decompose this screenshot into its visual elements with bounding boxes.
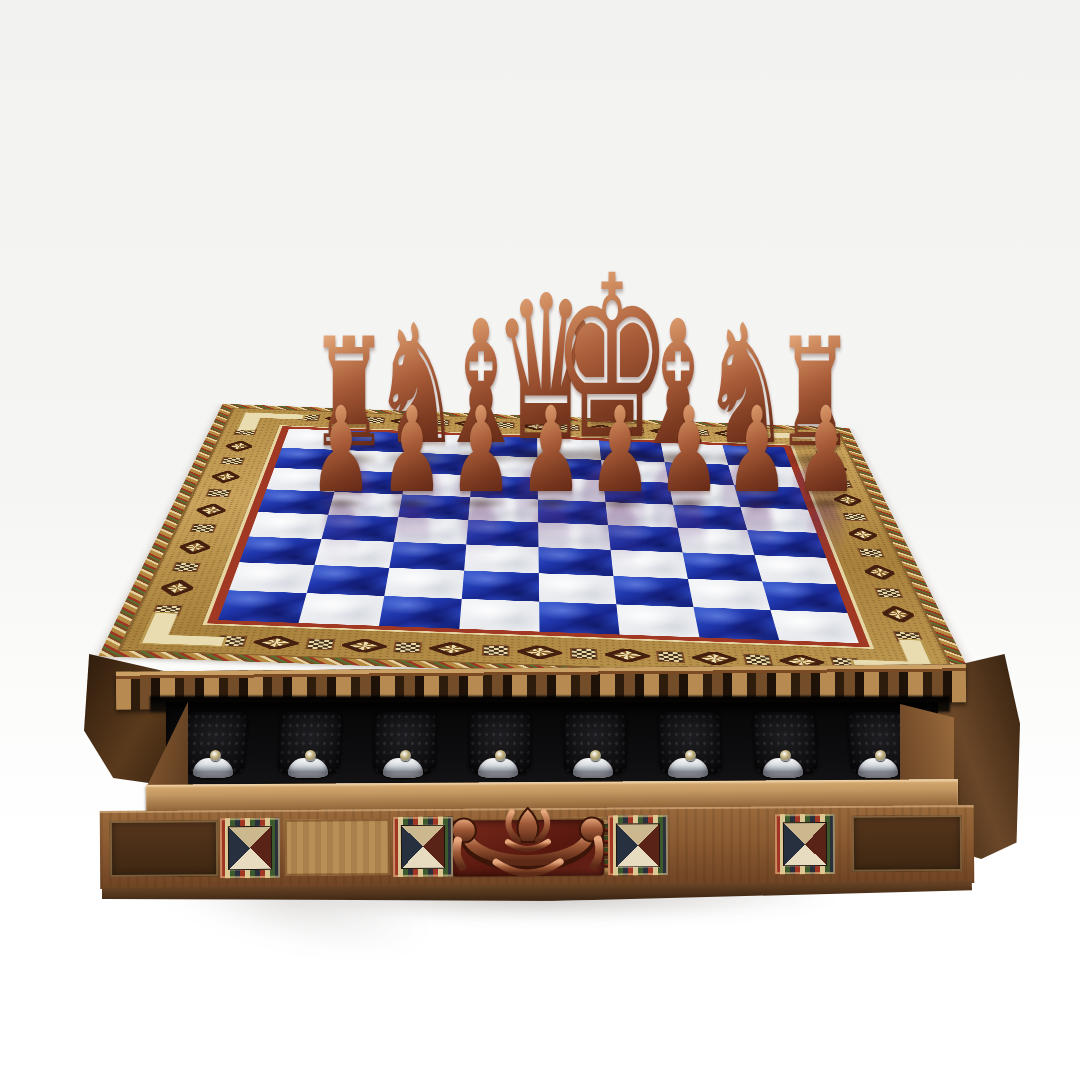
board-square: [722, 445, 791, 467]
board-square: [539, 601, 619, 634]
diamond-rosette-inlay: [248, 634, 304, 651]
board-square: [462, 571, 539, 602]
stored-silver-piece: [476, 748, 520, 778]
checker-tile-inlay: [874, 588, 903, 598]
board-square: [282, 429, 351, 450]
checker-tile-inlay: [172, 562, 201, 572]
diamond-rosette-inlay: [322, 414, 362, 424]
board-square: [616, 604, 699, 637]
board-square: [606, 502, 678, 528]
drawer-right-wall: [900, 704, 954, 788]
board-square: [249, 512, 328, 539]
board-square: [538, 478, 606, 502]
checker-tile-inlay: [842, 513, 868, 521]
stored-silver-piece: [761, 748, 805, 778]
board-square: [601, 460, 669, 483]
pinwheel-mosaic-panel: [393, 817, 453, 877]
board-square: [394, 517, 468, 544]
board-square: [608, 525, 683, 552]
diamond-rosette-inlay: [337, 637, 391, 654]
checker-tile-inlay: [688, 429, 710, 436]
board-square: [538, 499, 608, 525]
drawer-felt-tray: [166, 702, 938, 786]
board-square: [603, 480, 673, 504]
board-square: [688, 579, 771, 610]
board-squares: [218, 429, 859, 644]
board-square: [328, 492, 402, 517]
board-square: [474, 436, 538, 458]
stored-silver-piece: [856, 748, 900, 778]
stored-silver-piece: [666, 748, 710, 778]
board-square: [538, 547, 613, 576]
board-square: [299, 593, 385, 626]
checker-tile-inlay: [494, 422, 515, 429]
silver-piece-finial: [875, 750, 886, 761]
stored-silver-piece: [286, 748, 330, 778]
diamond-rosette-inlay: [829, 493, 867, 508]
board-square: [258, 489, 334, 514]
diamond-rosette-inlay: [583, 424, 622, 434]
checker-tile-inlay: [656, 651, 685, 663]
checker-tile-inlay: [206, 489, 232, 497]
board-square: [537, 457, 603, 480]
checker-tile-inlay: [624, 427, 645, 434]
board-square: [398, 494, 470, 520]
pinwheel-mosaic-panel: [220, 818, 280, 878]
board-square: [379, 596, 462, 629]
board-square: [464, 544, 539, 573]
diamond-rosette-inlay: [514, 644, 565, 661]
silver-piece-rim: [193, 758, 233, 778]
diamond-rosette-inlay: [876, 605, 921, 624]
pinwheel-mosaic-panel: [775, 814, 835, 874]
board-square: [611, 550, 688, 579]
silver-piece-finial: [400, 750, 411, 761]
board-square: [740, 507, 816, 533]
diamond-rosette-inlay: [174, 539, 216, 556]
checker-tile-inlay: [857, 548, 884, 557]
board-square: [334, 470, 406, 494]
board-square: [229, 562, 314, 593]
checker-tile-inlay: [570, 648, 598, 660]
board-square: [728, 465, 799, 488]
board-square: [314, 539, 394, 568]
diamond-rosette-inlay: [221, 440, 257, 453]
board-square: [693, 607, 779, 640]
silver-piece-rim: [288, 758, 328, 778]
stored-silver-piece: [381, 748, 425, 778]
checker-tile-inlay: [305, 638, 335, 650]
diamond-rosette-inlay: [816, 462, 852, 475]
diamond-rosette-inlay: [688, 650, 742, 667]
board-square: [539, 573, 617, 604]
board-square: [754, 555, 836, 584]
board-square: [613, 576, 693, 607]
silver-piece-finial: [590, 750, 601, 761]
checker-tile-inlay: [559, 424, 580, 431]
silver-piece-finial: [495, 750, 506, 761]
silver-piece-rim: [478, 758, 518, 778]
board-square: [459, 599, 539, 632]
diamond-rosette-inlay: [647, 426, 686, 436]
board-square: [470, 475, 538, 499]
drawer-front: [100, 805, 975, 889]
diamond-rosette-inlay: [426, 640, 478, 657]
silver-piece-rim: [668, 758, 708, 778]
board-square: [389, 542, 466, 571]
checker-tile-inlay: [743, 654, 773, 666]
diamond-rosette-inlay: [711, 429, 751, 439]
board-square: [762, 581, 847, 612]
diamond-rosette-inlay: [843, 527, 883, 543]
silver-piece-rim: [858, 758, 898, 778]
checker-tile-inlay: [220, 457, 245, 465]
diamond-rosette-inlay: [207, 470, 245, 484]
diamond-rosette-inlay: [859, 564, 901, 582]
silver-piece-finial: [685, 750, 696, 761]
board-square: [274, 448, 345, 471]
board-square: [468, 497, 538, 523]
board-square: [384, 568, 464, 599]
board-square: [747, 530, 826, 557]
silver-piece-finial: [305, 750, 316, 761]
board-square: [669, 483, 741, 507]
checker-tile-inlay: [189, 524, 217, 533]
diamond-rosette-inlay: [601, 647, 653, 664]
diamond-rosette-inlay: [191, 502, 231, 518]
pinwheel-mosaic-panel: [608, 815, 668, 875]
board-square: [266, 468, 340, 492]
silver-piece-rim: [763, 758, 803, 778]
board-square: [307, 565, 390, 596]
silver-piece-finial: [210, 750, 221, 761]
diamond-rosette-inlay: [518, 421, 556, 431]
board-square: [410, 433, 475, 455]
dark-wood-panel: [852, 815, 962, 872]
board-square: [678, 528, 755, 555]
checker-tile-inlay: [482, 645, 510, 657]
board-square: [538, 522, 610, 549]
stored-silver-piece: [191, 748, 235, 778]
board-square: [661, 443, 728, 465]
silver-piece-rim: [383, 758, 423, 778]
checker-tile-inlay: [828, 480, 853, 488]
board-square: [402, 473, 472, 497]
board-square: [239, 536, 321, 565]
board-square: [466, 520, 538, 547]
board-square: [406, 452, 473, 475]
board-square: [322, 515, 399, 542]
board-square: [770, 610, 859, 643]
stored-silver-piece: [571, 748, 615, 778]
dark-wood-panel: [110, 820, 218, 877]
board-square: [734, 485, 808, 509]
product-photo-scene: ♜♞♝♛♚♝♞♜♟♟♟♟♟♟♟♟: [0, 0, 1080, 1080]
board-square: [673, 504, 747, 530]
silver-piece-finial: [780, 750, 791, 761]
light-wood-panel: [285, 819, 390, 876]
checker-tile-inlay: [394, 642, 423, 654]
board-square: [599, 440, 665, 462]
board-square: [346, 431, 413, 452]
board-square: [665, 462, 734, 485]
board-square: [537, 438, 601, 460]
diamond-rosette-inlay: [155, 579, 200, 598]
board-square: [340, 450, 409, 473]
checker-tile-inlay: [363, 417, 385, 424]
board-square: [683, 552, 763, 581]
checker-tile-inlay: [429, 419, 450, 426]
diamond-rosette-inlay: [387, 416, 426, 426]
diamond-rosette-inlay: [453, 419, 491, 429]
silver-piece-rim: [573, 758, 613, 778]
board-square: [218, 590, 307, 623]
chess-board: [98, 404, 977, 688]
board-square: [472, 455, 538, 478]
